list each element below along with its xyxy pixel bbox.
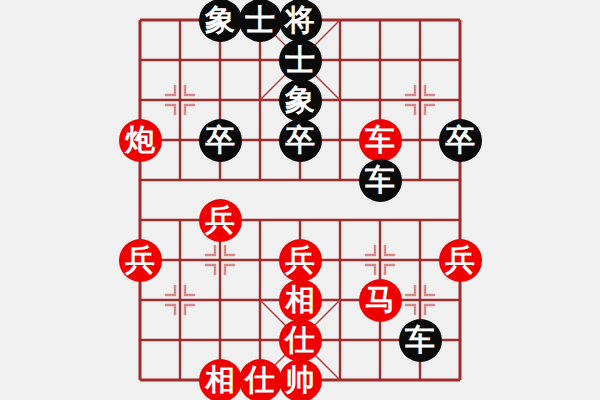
board-point[interactable] xyxy=(320,80,360,120)
board-point[interactable] xyxy=(440,80,480,120)
piece-red-advisor[interactable]: 仕 xyxy=(279,319,322,362)
board-point[interactable] xyxy=(440,320,480,360)
piece-red-soldier[interactable]: 兵 xyxy=(279,239,322,282)
piece-black-soldier[interactable]: 卒 xyxy=(439,119,482,162)
board-point[interactable] xyxy=(240,320,280,360)
board-point[interactable] xyxy=(160,240,200,280)
board-point[interactable]: 卒 xyxy=(200,120,240,160)
board-point[interactable] xyxy=(320,40,360,80)
board-point[interactable] xyxy=(440,40,480,80)
board-point[interactable] xyxy=(200,320,240,360)
board-point[interactable] xyxy=(160,80,200,120)
board-point[interactable] xyxy=(440,160,480,200)
board-point[interactable]: 兵 xyxy=(280,240,320,280)
board-point[interactable] xyxy=(160,160,200,200)
board-point[interactable] xyxy=(280,200,320,240)
board-point[interactable] xyxy=(400,240,440,280)
board-point[interactable] xyxy=(440,0,480,40)
board-point[interactable] xyxy=(280,160,320,200)
board-point[interactable] xyxy=(440,280,480,320)
piece-black-soldier[interactable]: 卒 xyxy=(199,119,242,162)
board-point[interactable] xyxy=(400,160,440,200)
board-point[interactable] xyxy=(240,280,280,320)
board-point[interactable] xyxy=(360,200,400,240)
board-point[interactable]: 将 xyxy=(280,0,320,40)
piece-red-advisor[interactable]: 仕 xyxy=(239,359,282,400)
board-point[interactable] xyxy=(200,80,240,120)
piece-red-horse[interactable]: 马 xyxy=(359,279,402,322)
board-point[interactable]: 帅 xyxy=(280,360,320,400)
board-point[interactable]: 仕 xyxy=(280,320,320,360)
piece-black-chariot[interactable]: 车 xyxy=(399,319,442,362)
board-point[interactable] xyxy=(240,160,280,200)
piece-red-soldier[interactable]: 兵 xyxy=(119,239,162,282)
piece-black-chariot[interactable]: 车 xyxy=(359,159,402,202)
board-point[interactable] xyxy=(400,40,440,80)
board-point[interactable]: 兵 xyxy=(120,240,160,280)
board-point[interactable]: 车 xyxy=(360,160,400,200)
board-point[interactable]: 卒 xyxy=(280,120,320,160)
piece-red-chariot[interactable]: 车 xyxy=(359,119,402,162)
board-point[interactable] xyxy=(320,360,360,400)
board-point[interactable] xyxy=(400,80,440,120)
board-point[interactable]: 兵 xyxy=(200,200,240,240)
board-point[interactable] xyxy=(120,80,160,120)
board-point[interactable] xyxy=(240,200,280,240)
piece-black-elephant[interactable]: 象 xyxy=(279,79,322,122)
piece-black-advisor[interactable]: 士 xyxy=(239,0,282,42)
board-grid: 象士将士象炮卒卒车卒车兵兵兵兵相马仕车相仕帅 xyxy=(120,0,480,400)
board-point[interactable] xyxy=(160,200,200,240)
board-point[interactable] xyxy=(200,160,240,200)
board-point[interactable] xyxy=(360,40,400,80)
board-point[interactable] xyxy=(320,240,360,280)
board-point[interactable] xyxy=(320,0,360,40)
board-point[interactable] xyxy=(400,0,440,40)
board-point[interactable] xyxy=(200,40,240,80)
board-point[interactable] xyxy=(120,320,160,360)
board-point[interactable] xyxy=(320,160,360,200)
board-point[interactable]: 相 xyxy=(200,360,240,400)
board-point[interactable] xyxy=(400,280,440,320)
board-point[interactable] xyxy=(400,120,440,160)
board-point[interactable]: 炮 xyxy=(120,120,160,160)
board-point[interactable]: 士 xyxy=(240,0,280,40)
board-point[interactable] xyxy=(440,360,480,400)
board-point[interactable] xyxy=(240,40,280,80)
board-point[interactable] xyxy=(120,40,160,80)
piece-red-soldier[interactable]: 兵 xyxy=(439,239,482,282)
board-point[interactable]: 兵 xyxy=(440,240,480,280)
board-point[interactable] xyxy=(440,200,480,240)
board-point[interactable]: 象 xyxy=(200,0,240,40)
board-point[interactable]: 卒 xyxy=(440,120,480,160)
board-point[interactable] xyxy=(320,200,360,240)
board-point[interactable] xyxy=(320,320,360,360)
piece-black-elephant[interactable]: 象 xyxy=(199,0,242,42)
board-point[interactable]: 马 xyxy=(360,280,400,320)
board-point[interactable] xyxy=(360,360,400,400)
board-point[interactable] xyxy=(160,120,200,160)
board-point[interactable]: 车 xyxy=(400,320,440,360)
piece-red-elephant[interactable]: 相 xyxy=(199,359,242,400)
piece-black-advisor[interactable]: 士 xyxy=(279,39,322,82)
piece-red-general[interactable]: 帅 xyxy=(279,359,322,400)
board-point[interactable] xyxy=(400,200,440,240)
board-point[interactable] xyxy=(320,120,360,160)
board-point[interactable] xyxy=(160,280,200,320)
board-point[interactable]: 相 xyxy=(280,280,320,320)
board-point[interactable] xyxy=(240,80,280,120)
board-point[interactable]: 车 xyxy=(360,120,400,160)
board-point[interactable] xyxy=(120,200,160,240)
board-point[interactable] xyxy=(120,160,160,200)
board-point[interactable] xyxy=(120,280,160,320)
xiangqi-board: 象士将士象炮卒卒车卒车兵兵兵兵相马仕车相仕帅 xyxy=(0,0,600,400)
board-point[interactable] xyxy=(400,360,440,400)
board-point[interactable] xyxy=(240,120,280,160)
board-point[interactable] xyxy=(360,240,400,280)
board-point[interactable] xyxy=(200,240,240,280)
board-point[interactable] xyxy=(200,280,240,320)
piece-black-general[interactable]: 将 xyxy=(279,0,322,42)
piece-red-soldier[interactable]: 兵 xyxy=(199,199,242,242)
board-point[interactable] xyxy=(360,0,400,40)
board-point[interactable]: 象 xyxy=(280,80,320,120)
piece-red-elephant[interactable]: 相 xyxy=(279,279,322,322)
board-point[interactable] xyxy=(360,80,400,120)
board-point[interactable] xyxy=(160,40,200,80)
board-point[interactable] xyxy=(160,0,200,40)
piece-red-cannon[interactable]: 炮 xyxy=(119,119,162,162)
board-point[interactable]: 仕 xyxy=(240,360,280,400)
board-point[interactable] xyxy=(160,320,200,360)
board-point[interactable] xyxy=(120,360,160,400)
board-point[interactable] xyxy=(320,280,360,320)
piece-black-soldier[interactable]: 卒 xyxy=(279,119,322,162)
board-point[interactable] xyxy=(360,320,400,360)
board-point[interactable] xyxy=(120,0,160,40)
board-point[interactable]: 士 xyxy=(280,40,320,80)
board-point[interactable] xyxy=(160,360,200,400)
board-point[interactable] xyxy=(240,240,280,280)
